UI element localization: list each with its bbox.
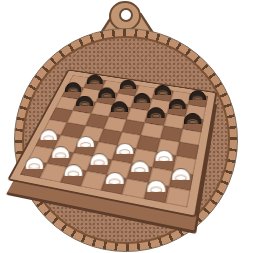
loop-hole [119,8,133,22]
medal-image: ⛂⛂⛂⛂⛂⛂⛂⛂⛂⛂⛂⛂⛀⛀⛀⛀⛀⛀⛀⛀⛀⛀⛀⛀ [0,0,253,253]
medal-face [22,36,230,244]
medal-disc [14,28,238,252]
